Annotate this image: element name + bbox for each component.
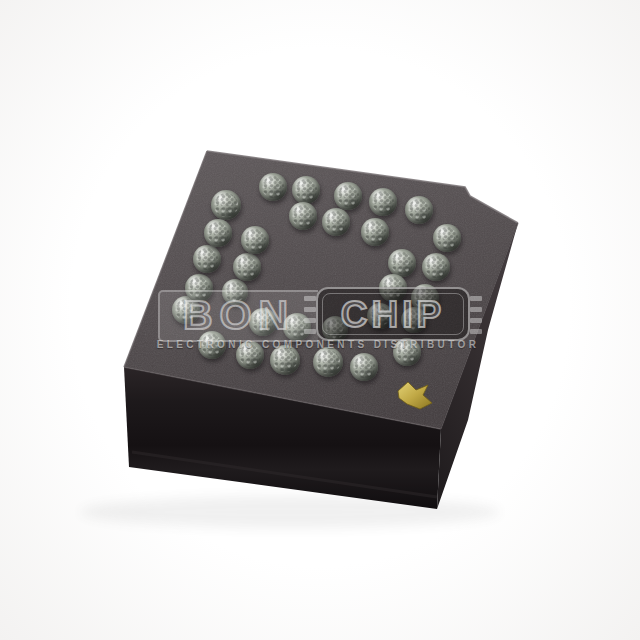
solder-ball: [236, 341, 264, 369]
solder-ball: [379, 274, 407, 302]
solder-ball: [433, 224, 461, 252]
solder-ball: [322, 316, 348, 342]
solder-ball: [211, 190, 241, 220]
solder-ball: [233, 253, 261, 281]
solder-ball: [193, 245, 221, 273]
solder-ball: [259, 173, 287, 201]
solder-ball: [334, 182, 362, 210]
solder-ball: [204, 219, 232, 247]
solder-ball: [422, 253, 450, 281]
solder-ball: [249, 308, 277, 336]
solder-ball: [361, 218, 389, 246]
solder-ball: [283, 313, 311, 341]
product-photo: BON CHIP ELECTRONIC COMPONENTS DISTRIBUT…: [0, 0, 640, 640]
solder-ball: [322, 208, 350, 236]
solder-balls-layer: [0, 0, 640, 640]
solder-ball: [292, 176, 320, 204]
solder-ball: [241, 226, 269, 254]
solder-ball: [313, 347, 343, 377]
solder-ball: [350, 353, 378, 381]
solder-ball: [289, 202, 317, 230]
solder-ball: [401, 307, 427, 333]
solder-ball: [405, 196, 433, 224]
solder-ball: [270, 345, 300, 375]
solder-ball: [393, 338, 421, 366]
solder-ball: [198, 331, 226, 359]
solder-ball: [369, 188, 397, 216]
solder-ball: [185, 274, 213, 302]
solder-ball: [388, 249, 416, 277]
solder-ball: [367, 303, 393, 329]
solder-ball: [222, 279, 248, 305]
